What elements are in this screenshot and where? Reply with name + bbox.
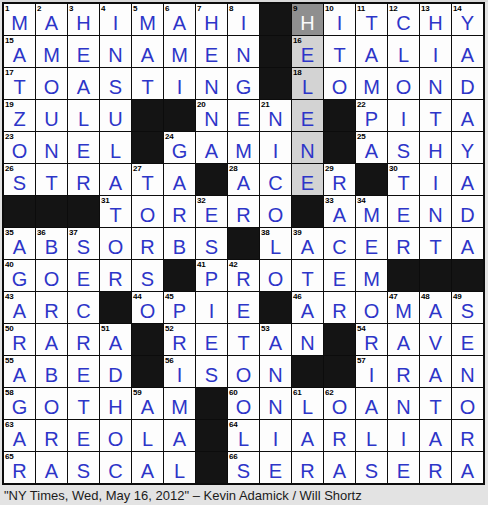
cell-letter: R — [108, 269, 122, 291]
cell-letter: E — [77, 141, 90, 163]
cell-letter: A — [333, 461, 346, 483]
cell-r4c7[interactable]: 20N — [196, 100, 227, 131]
cell-r15c10[interactable]: R — [292, 452, 323, 483]
black-cell-r12c5 — [132, 356, 163, 387]
cell-r8c9[interactable]: 38L — [260, 228, 291, 259]
cell-r6c2[interactable]: T — [36, 164, 67, 195]
cell-r2c7[interactable]: E — [196, 36, 227, 67]
cell-r13c12[interactable]: A — [356, 388, 387, 419]
cell-r9c2[interactable]: O — [36, 260, 67, 291]
cell-r14c3[interactable]: E — [68, 420, 99, 451]
cell-r2c11[interactable]: T — [324, 36, 355, 67]
cell-letter: N — [428, 205, 442, 227]
cell-number: 7 — [197, 4, 201, 13]
cell-r10c2[interactable]: R — [36, 292, 67, 323]
cell-r15c2[interactable]: A — [36, 452, 67, 483]
cell-letter: E — [301, 45, 314, 67]
cell-r1c10[interactable]: 9H — [292, 4, 323, 35]
cell-number: 46 — [293, 292, 301, 301]
black-cell-r7c2 — [36, 196, 67, 227]
cell-letter: N — [396, 397, 410, 419]
cell-r2c3[interactable]: E — [68, 36, 99, 67]
cell-r4c9[interactable]: 21N — [260, 100, 291, 131]
cell-letter: L — [302, 397, 313, 419]
cell-r12c14[interactable]: A — [420, 356, 451, 387]
cell-r9c9[interactable]: O — [260, 260, 291, 291]
cell-letter: R — [236, 269, 250, 291]
cell-r14c13[interactable]: I — [388, 420, 419, 451]
cell-number: 50 — [5, 324, 13, 333]
cell-r10c15[interactable]: 49S — [452, 292, 483, 323]
cell-r9c1[interactable]: 40G — [4, 260, 35, 291]
cell-r15c12[interactable]: S — [356, 452, 387, 483]
cell-letter: Z — [13, 109, 25, 131]
cell-letter: R — [12, 461, 26, 483]
cell-r10c10[interactable]: 46A — [292, 292, 323, 323]
cell-r6c9[interactable]: C — [260, 164, 291, 195]
cell-letter: I — [209, 301, 215, 323]
cell-letter: M — [363, 269, 380, 291]
cell-r12c6[interactable]: 56I — [164, 356, 195, 387]
cell-letter: R — [236, 205, 250, 227]
cell-number: 19 — [5, 100, 13, 109]
cell-r15c1[interactable]: 65R — [4, 452, 35, 483]
cell-r2c12[interactable]: A — [356, 36, 387, 67]
cell-letter: I — [273, 429, 279, 451]
cell-r10c12[interactable]: O — [356, 292, 387, 323]
cell-r6c10[interactable]: E — [292, 164, 323, 195]
cell-number: 43 — [5, 292, 13, 301]
cell-r4c4[interactable]: U — [100, 100, 131, 131]
cell-r6c4[interactable]: A — [100, 164, 131, 195]
cell-letter: I — [113, 13, 119, 35]
cell-r9c5[interactable]: S — [132, 260, 163, 291]
cell-letter: S — [141, 269, 154, 291]
cell-r5c4[interactable]: L — [100, 132, 131, 163]
cell-number: 34 — [357, 196, 365, 205]
cell-r7c5[interactable]: O — [132, 196, 163, 227]
cell-r12c1[interactable]: 55A — [4, 356, 35, 387]
cell-r14c4[interactable]: O — [100, 420, 131, 451]
cell-r3c6[interactable]: I — [164, 68, 195, 99]
cell-letter: A — [365, 141, 378, 163]
cell-r12c13[interactable]: R — [388, 356, 419, 387]
cell-r13c2[interactable]: O — [36, 388, 67, 419]
cell-r2c2[interactable]: M — [36, 36, 67, 67]
cell-r11c12[interactable]: 54R — [356, 324, 387, 355]
cell-r8c15[interactable]: A — [452, 228, 483, 259]
cell-letter: A — [269, 333, 282, 355]
cell-number: 45 — [165, 292, 173, 301]
black-cell-r5c11 — [324, 132, 355, 163]
cell-r4c8[interactable]: E — [228, 100, 259, 131]
cell-r12c7[interactable]: S — [196, 356, 227, 387]
cell-r10c14[interactable]: 48A — [420, 292, 451, 323]
cell-r5c13[interactable]: S — [388, 132, 419, 163]
cell-letter: R — [76, 333, 90, 355]
cell-r10c3[interactable]: C — [68, 292, 99, 323]
cell-letter: T — [13, 77, 25, 99]
cell-r5c14[interactable]: H — [420, 132, 451, 163]
cell-r8c1[interactable]: 35A — [4, 228, 35, 259]
cell-letter: G — [172, 141, 188, 163]
cell-r15c3[interactable]: S — [68, 452, 99, 483]
cell-r5c6[interactable]: 24G — [164, 132, 195, 163]
cell-r6c6[interactable]: A — [164, 164, 195, 195]
cell-r7c14[interactable]: N — [420, 196, 451, 227]
cell-r13c4[interactable]: H — [100, 388, 131, 419]
cell-r10c13[interactable]: 47M — [388, 292, 419, 323]
cell-r14c2[interactable]: R — [36, 420, 67, 451]
cell-r14c11[interactable]: R — [324, 420, 355, 451]
cell-letter: E — [237, 109, 250, 131]
cell-r9c7[interactable]: 41P — [196, 260, 227, 291]
black-cell-r2c9 — [260, 36, 291, 67]
cell-r13c1[interactable]: 58G — [4, 388, 35, 419]
cell-letter: A — [13, 429, 26, 451]
cell-number: 9 — [293, 4, 297, 13]
cell-r3c14[interactable]: N — [420, 68, 451, 99]
cell-letter: R — [396, 237, 410, 259]
cell-r4c3[interactable]: L — [68, 100, 99, 131]
cell-letter: R — [460, 429, 474, 451]
cell-r3c5[interactable]: T — [132, 68, 163, 99]
cell-r11c4[interactable]: 51A — [100, 324, 131, 355]
cell-r12c9[interactable]: N — [260, 356, 291, 387]
cell-r6c15[interactable]: A — [452, 164, 483, 195]
cell-letter: I — [177, 77, 183, 99]
cell-r5c3[interactable]: E — [68, 132, 99, 163]
cell-r11c14[interactable]: V — [420, 324, 451, 355]
cell-letter: B — [45, 365, 58, 387]
cell-r14c10[interactable]: A — [292, 420, 323, 451]
cell-number: 1 — [5, 4, 9, 13]
cell-letter: P — [173, 301, 186, 323]
cell-letter: M — [363, 77, 380, 99]
cell-r7c7[interactable]: 32E — [196, 196, 227, 227]
cell-r7c11[interactable]: 33A — [324, 196, 355, 227]
cell-r13c10[interactable]: 61L — [292, 388, 323, 419]
cell-r1c11[interactable]: 10I — [324, 4, 355, 35]
cell-number: 30 — [389, 164, 397, 173]
cell-r10c1[interactable]: 43A — [4, 292, 35, 323]
cell-letter: S — [237, 461, 250, 483]
cell-r10c7[interactable]: I — [196, 292, 227, 323]
cell-r12c12[interactable]: 57I — [356, 356, 387, 387]
cell-r5c9[interactable]: I — [260, 132, 291, 163]
cell-letter: H — [428, 13, 442, 35]
cell-r5c1[interactable]: 23O — [4, 132, 35, 163]
cell-letter: O — [108, 237, 124, 259]
cell-r13c9[interactable]: N — [260, 388, 291, 419]
cell-number: 22 — [357, 100, 365, 109]
cell-letter: R — [332, 173, 346, 195]
cell-r12c4[interactable]: D — [100, 356, 131, 387]
cell-r1c1[interactable]: 1M — [4, 4, 35, 35]
cell-r13c11[interactable]: 62O — [324, 388, 355, 419]
cell-r8c5[interactable]: R — [132, 228, 163, 259]
cell-r3c4[interactable]: S — [100, 68, 131, 99]
cell-r7c4[interactable]: 31T — [100, 196, 131, 227]
cell-r11c1[interactable]: 50R — [4, 324, 35, 355]
cell-r8c14[interactable]: T — [420, 228, 451, 259]
cell-number: 57 — [357, 356, 365, 365]
cell-r6c1[interactable]: 26S — [4, 164, 35, 195]
cell-letter: A — [301, 237, 314, 259]
cell-r14c12[interactable]: L — [356, 420, 387, 451]
cell-number: 32 — [197, 196, 205, 205]
cell-r7c12[interactable]: 34M — [356, 196, 387, 227]
cell-r11c3[interactable]: R — [68, 324, 99, 355]
cell-letter: R — [332, 429, 346, 451]
cell-r2c13[interactable]: L — [388, 36, 419, 67]
cell-r8c6[interactable]: B — [164, 228, 195, 259]
cell-letter: A — [141, 461, 154, 483]
cell-r10c6[interactable]: 45P — [164, 292, 195, 323]
cell-r15c14[interactable]: R — [420, 452, 451, 483]
cell-r8c7[interactable]: S — [196, 228, 227, 259]
black-cell-r10c9 — [260, 292, 291, 323]
cell-r3c12[interactable]: M — [356, 68, 387, 99]
cell-letter: A — [461, 109, 474, 131]
cell-r9c11[interactable]: E — [324, 260, 355, 291]
cell-letter: S — [205, 365, 218, 387]
cell-r13c3[interactable]: T — [68, 388, 99, 419]
cell-r14c8[interactable]: 64L — [228, 420, 259, 451]
cell-r5c15[interactable]: Y — [452, 132, 483, 163]
cell-r8c11[interactable]: C — [324, 228, 355, 259]
cell-r2c1[interactable]: 15A — [4, 36, 35, 67]
cell-r1c2[interactable]: 2A — [36, 4, 67, 35]
cell-r6c13[interactable]: 30T — [388, 164, 419, 195]
cell-number: 55 — [5, 356, 13, 365]
cell-letter: I — [241, 13, 247, 35]
black-cell-r15c7 — [196, 452, 227, 483]
cell-r15c8[interactable]: 66S — [228, 452, 259, 483]
cell-r2c14[interactable]: I — [420, 36, 451, 67]
cell-number: 3 — [69, 4, 73, 13]
cell-letter: O — [44, 269, 60, 291]
cell-r4c12[interactable]: 22P — [356, 100, 387, 131]
cell-letter: M — [171, 45, 188, 67]
cell-r1c15[interactable]: 14Y — [452, 4, 483, 35]
cell-number: 4 — [101, 4, 105, 13]
cell-r3c13[interactable]: O — [388, 68, 419, 99]
cell-r3c15[interactable]: D — [452, 68, 483, 99]
cell-r15c15[interactable]: A — [452, 452, 483, 483]
cell-r4c13[interactable]: I — [388, 100, 419, 131]
cell-r11c10[interactable]: N — [292, 324, 323, 355]
cell-r13c5[interactable]: 59A — [132, 388, 163, 419]
cell-r8c12[interactable]: E — [356, 228, 387, 259]
cell-r4c15[interactable]: A — [452, 100, 483, 131]
cell-r12c2[interactable]: B — [36, 356, 67, 387]
cell-r7c8[interactable]: R — [228, 196, 259, 227]
cell-r13c14[interactable]: T — [420, 388, 451, 419]
cell-r8c3[interactable]: 37S — [68, 228, 99, 259]
cell-r2c10[interactable]: 16E — [292, 36, 323, 67]
cell-letter: T — [77, 397, 89, 419]
cell-r12c3[interactable]: E — [68, 356, 99, 387]
cell-letter: M — [43, 45, 60, 67]
cell-r2c4[interactable]: N — [100, 36, 131, 67]
cell-number: 62 — [325, 388, 333, 397]
cell-r5c8[interactable]: M — [228, 132, 259, 163]
cell-r6c5[interactable]: 27T — [132, 164, 163, 195]
cell-r6c3[interactable]: R — [68, 164, 99, 195]
cell-r7c9[interactable]: O — [260, 196, 291, 227]
cell-r1c13[interactable]: 12C — [388, 4, 419, 35]
cell-r2c8[interactable]: N — [228, 36, 259, 67]
cell-letter: O — [236, 365, 252, 387]
cell-r1c14[interactable]: 13H — [420, 4, 451, 35]
black-cell-r9c13 — [388, 260, 419, 291]
cell-r5c7[interactable]: A — [196, 132, 227, 163]
cell-r6c8[interactable]: 28A — [228, 164, 259, 195]
cell-r12c8[interactable]: O — [228, 356, 259, 387]
cell-letter: T — [397, 173, 409, 195]
cell-r7c6[interactable]: R — [164, 196, 195, 227]
cell-r7c15[interactable]: D — [452, 196, 483, 227]
cell-letter: T — [141, 77, 153, 99]
cell-r10c5[interactable]: 44O — [132, 292, 163, 323]
cell-letter: T — [237, 333, 249, 355]
cell-letter: A — [333, 205, 346, 227]
cell-r13c15[interactable]: O — [452, 388, 483, 419]
black-cell-r6c7 — [196, 164, 227, 195]
cell-letter: O — [236, 397, 252, 419]
cell-letter: M — [11, 13, 28, 35]
cell-r2c6[interactable]: M — [164, 36, 195, 67]
cell-letter: I — [433, 45, 439, 67]
cell-r8c4[interactable]: O — [100, 228, 131, 259]
cell-r4c10[interactable]: E — [292, 100, 323, 131]
cell-r14c1[interactable]: 63A — [4, 420, 35, 451]
cell-letter: O — [332, 77, 348, 99]
cell-letter: A — [109, 333, 122, 355]
cell-r9c3[interactable]: E — [68, 260, 99, 291]
cell-letter: E — [365, 237, 378, 259]
cell-r6c11[interactable]: 29R — [324, 164, 355, 195]
cell-r14c14[interactable]: A — [420, 420, 451, 451]
cell-letter: N — [268, 397, 282, 419]
cell-letter: S — [365, 461, 378, 483]
cell-r5c2[interactable]: N — [36, 132, 67, 163]
cell-r15c13[interactable]: E — [388, 452, 419, 483]
cell-letter: R — [140, 237, 154, 259]
crossword-grid: 1M2A3H4I5M6A7H8I9H10I11T12C13H14Y15AMENA… — [2, 2, 485, 485]
cell-r8c10[interactable]: 39A — [292, 228, 323, 259]
cell-letter: M — [139, 13, 156, 35]
cell-number: 21 — [261, 100, 269, 109]
cell-r1c6[interactable]: 6A — [164, 4, 195, 35]
cell-letter: S — [13, 173, 26, 195]
black-cell-r12c10 — [292, 356, 323, 387]
cell-r1c5[interactable]: 5M — [132, 4, 163, 35]
cell-r11c2[interactable]: A — [36, 324, 67, 355]
cell-r12c15[interactable]: N — [452, 356, 483, 387]
cell-letter: A — [429, 365, 442, 387]
cell-r1c7[interactable]: 7H — [196, 4, 227, 35]
cell-number: 29 — [325, 164, 333, 173]
cell-r3c3[interactable]: A — [68, 68, 99, 99]
cell-r1c12[interactable]: 11T — [356, 4, 387, 35]
cell-r6c14[interactable]: I — [420, 164, 451, 195]
cell-r13c13[interactable]: N — [388, 388, 419, 419]
cell-r9c10[interactable]: T — [292, 260, 323, 291]
cell-r3c8[interactable]: G — [228, 68, 259, 99]
cell-r7c13[interactable]: E — [388, 196, 419, 227]
cell-r13c8[interactable]: 60O — [228, 388, 259, 419]
cell-letter: T — [141, 173, 153, 195]
cell-letter: M — [235, 141, 252, 163]
cell-r3c7[interactable]: N — [196, 68, 227, 99]
cell-r4c14[interactable]: T — [420, 100, 451, 131]
cell-r8c2[interactable]: 36B — [36, 228, 67, 259]
cell-r11c15[interactable]: E — [452, 324, 483, 355]
cell-number: 17 — [5, 68, 13, 77]
cell-r13c6[interactable]: M — [164, 388, 195, 419]
cell-r11c13[interactable]: A — [388, 324, 419, 355]
cell-r11c6[interactable]: 52R — [164, 324, 195, 355]
cell-r5c12[interactable]: 25A — [356, 132, 387, 163]
cell-r1c3[interactable]: 3H — [68, 4, 99, 35]
cell-r11c7[interactable]: E — [196, 324, 227, 355]
cell-r1c4[interactable]: 4I — [100, 4, 131, 35]
cell-r15c5[interactable]: A — [132, 452, 163, 483]
cell-letter: E — [77, 429, 90, 451]
cell-r2c5[interactable]: A — [132, 36, 163, 67]
cell-letter: E — [301, 109, 314, 131]
cell-r14c9[interactable]: I — [260, 420, 291, 451]
cell-letter: Y — [461, 13, 474, 35]
cell-number: 65 — [5, 452, 13, 461]
cell-r3c2[interactable]: O — [36, 68, 67, 99]
cell-letter: A — [173, 173, 186, 195]
cell-r14c15[interactable]: R — [452, 420, 483, 451]
cell-r4c2[interactable]: U — [36, 100, 67, 131]
cell-r9c12[interactable]: M — [356, 260, 387, 291]
cell-r3c1[interactable]: 17T — [4, 68, 35, 99]
cell-letter: E — [397, 205, 410, 227]
cell-r15c4[interactable]: C — [100, 452, 131, 483]
cell-r10c11[interactable]: R — [324, 292, 355, 323]
cell-number: 2 — [37, 4, 41, 13]
cell-number: 33 — [325, 196, 333, 205]
cell-r11c8[interactable]: T — [228, 324, 259, 355]
cell-r15c6[interactable]: L — [164, 452, 195, 483]
cell-r14c5[interactable]: L — [132, 420, 163, 451]
cell-r9c4[interactable]: R — [100, 260, 131, 291]
cell-r2c15[interactable]: A — [452, 36, 483, 67]
cell-r15c11[interactable]: A — [324, 452, 355, 483]
cell-letter: O — [140, 205, 156, 227]
cell-r15c9[interactable]: E — [260, 452, 291, 483]
cell-r10c8[interactable]: E — [228, 292, 259, 323]
cell-r3c10[interactable]: 18L — [292, 68, 323, 99]
cell-number: 58 — [5, 388, 13, 397]
cell-r11c9[interactable]: 53A — [260, 324, 291, 355]
cell-r8c13[interactable]: R — [388, 228, 419, 259]
cell-r3c11[interactable]: O — [324, 68, 355, 99]
cell-r9c8[interactable]: 42R — [228, 260, 259, 291]
cell-r1c8[interactable]: 8I — [228, 4, 259, 35]
cell-number: 49 — [453, 292, 461, 301]
cell-r5c10[interactable]: N — [292, 132, 323, 163]
cell-r4c1[interactable]: 19Z — [4, 100, 35, 131]
cell-r14c6[interactable]: A — [164, 420, 195, 451]
cell-letter: A — [461, 45, 474, 67]
